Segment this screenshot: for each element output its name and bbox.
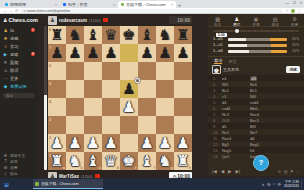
white-piece-e4[interactable]: ♟	[120, 98, 138, 116]
white-move[interactable]: e4	[222, 76, 250, 81]
move-number: 14.	[213, 154, 222, 159]
square-a1[interactable]: 1a♜	[48, 152, 66, 170]
file-coordinate: f	[154, 165, 155, 170]
white-move[interactable]: Bc4	[222, 88, 250, 93]
square-a7[interactable]: 7♟	[48, 44, 66, 62]
square-g4[interactable]	[156, 98, 174, 116]
tray-icon-2[interactable]: ♪	[273, 182, 275, 187]
free-trial-label: 免费试用	[10, 84, 27, 89]
tab-close-icon[interactable]: ×	[113, 2, 115, 7]
panel-tab-棋谱[interactable]: ▤棋谱	[266, 14, 285, 26]
sidebar-item-label: 玩	[10, 28, 14, 33]
explorer-percent: 10%	[289, 49, 299, 53]
sidebar-item-label: 观看	[10, 52, 18, 57]
browser-menu-icon[interactable]: ⋮	[297, 8, 301, 13]
tab-title: 哔哩哔哩	[10, 2, 53, 7]
black-move[interactable]: h6	[250, 148, 278, 153]
square-b8[interactable]: ♞	[66, 26, 84, 44]
square-c7[interactable]: ♟	[84, 44, 102, 62]
taskbar-clock[interactable]: 下午 2:39 2024/5/20	[284, 180, 302, 188]
square-h7[interactable]: ♟	[174, 44, 192, 62]
window-controls: — □ ×	[285, 0, 302, 5]
bar-segment	[249, 50, 271, 53]
footer-label: 设置	[10, 165, 18, 170]
black-move[interactable]: Nc6	[250, 82, 278, 87]
site-info-icon[interactable]: ⓘ	[23, 9, 26, 13]
square-d7[interactable]: ♟	[102, 44, 120, 62]
chess-board[interactable]: 8♜♞♝♛♚♝♞♜7♟♟♟♟♟♟♟65♟4♟32♟♟♟♟♟♟♟1a♜b♞c♝d♛…	[48, 26, 192, 170]
black-piece-f7[interactable]: ♟	[138, 44, 156, 62]
browser-profile-avatar[interactable]	[291, 9, 295, 13]
sidebar-footer: ⊕简体中文?支持⚙设置⟨收起	[0, 152, 38, 176]
diamond-icon: ◆	[3, 84, 8, 89]
white-move[interactable]: Nf3	[222, 82, 250, 87]
explorer-row-2[interactable]: 1...e610%	[208, 48, 304, 54]
square-g7[interactable]: ♟	[156, 44, 174, 62]
square-d2[interactable]: ♟	[102, 134, 120, 152]
sidebar-item-新闻[interactable]: ≡新闻	[0, 58, 38, 66]
footer-label: 收起	[10, 171, 18, 176]
opponent-flag-icon	[103, 18, 108, 22]
sidebar-item-谜题[interactable]: ❖谜题	[0, 34, 38, 42]
tab-title: 知乎 - 首页	[68, 2, 111, 7]
bar-segment	[228, 44, 247, 47]
sidebar-item-label: 联谊	[10, 68, 18, 73]
bar-segment	[270, 38, 287, 41]
bookmark-star-icon[interactable]: ☆	[285, 8, 289, 13]
panel-tab-设置[interactable]: ⚙设置	[285, 14, 304, 26]
sidebar-icon-3: ▶	[3, 52, 8, 57]
black-move[interactable]: Bxg5	[250, 142, 278, 147]
square-f8[interactable]: ♝	[138, 26, 156, 44]
more-options-icon[interactable]: ⋯	[296, 169, 300, 174]
browser-tab-0[interactable]: 哔哩哔哩×	[2, 1, 60, 8]
analysis-slider-row: 0.00	[208, 27, 304, 36]
square-f6[interactable]	[138, 62, 156, 80]
url-text: www.chess.com/play/online	[27, 9, 70, 13]
square-d5[interactable]	[102, 80, 120, 98]
square-f1[interactable]: f♝	[138, 152, 156, 170]
go-to-end-button[interactable]: ▶|	[236, 169, 241, 174]
square-g8[interactable]: ♞	[156, 26, 174, 44]
square-g6[interactable]	[156, 62, 174, 80]
square-d3[interactable]	[102, 116, 120, 134]
app-favicon	[35, 182, 39, 186]
rank-coordinate: 1	[49, 153, 51, 158]
panel-tab-总览[interactable]: ▦总览	[208, 14, 227, 26]
panel-tab-label: 棋谱	[266, 22, 285, 27]
white-move[interactable]: d5	[222, 124, 250, 129]
black-piece-g7[interactable]: ♟	[156, 44, 174, 62]
white-move[interactable]: c3	[222, 94, 250, 99]
move-number: 2.	[213, 82, 222, 87]
panel-tab-label: 开局	[246, 22, 265, 27]
notification-badge: 1	[31, 28, 35, 32]
square-c4[interactable]	[84, 98, 102, 116]
chess-site-page: ♟ Chess.com ♟玩1❖谜题♗学习▶观看9≡新闻☺联谊⋯更多◆免费试用 …	[0, 14, 304, 178]
black-move[interactable]: Bc5	[250, 88, 278, 93]
black-piece-c7[interactable]: ♟	[84, 44, 102, 62]
bar-segment	[228, 50, 249, 53]
rank-coordinate: 6	[49, 63, 51, 68]
close-button[interactable]: ×	[300, 0, 302, 5]
file-coordinate: c	[99, 165, 101, 170]
white-move[interactable]: Bg5	[222, 142, 250, 147]
square-e8[interactable]: ♚	[120, 26, 138, 44]
white-move[interactable]: cxd4	[222, 106, 250, 111]
move-number: 3.	[213, 88, 222, 93]
white-piece-g2[interactable]: ♟	[156, 134, 174, 152]
opponent-clock: 10:00	[169, 16, 192, 24]
square-b1[interactable]: b♞	[66, 152, 84, 170]
rank-coordinate: 4	[49, 99, 51, 104]
square-b4[interactable]	[66, 98, 84, 116]
explorer-move: 1...e6	[213, 49, 226, 53]
site-logo[interactable]: ♟ Chess.com	[0, 14, 38, 26]
sidebar-icon-6: ⋯	[3, 76, 8, 81]
black-move[interactable]: Ne7	[250, 130, 278, 135]
taskbar-app-button[interactable]: 在线下棋 - Chess.com	[33, 179, 103, 189]
reload-icon[interactable]: ⟳	[15, 8, 18, 13]
move-number: 13.	[213, 148, 222, 153]
move-number: 4.	[213, 94, 222, 99]
tab-close-icon[interactable]: ×	[55, 2, 57, 7]
sidebar-item-联谊[interactable]: ☺联谊	[0, 66, 38, 74]
white-piece-d2[interactable]: ♟	[102, 134, 120, 152]
move-number: 8.	[213, 118, 222, 123]
square-d1[interactable]: d♛	[102, 152, 120, 170]
tab-favicon	[5, 3, 8, 6]
white-move[interactable]: Qe2	[222, 154, 250, 159]
file-coordinate: h	[189, 165, 191, 170]
black-move[interactable]: e5	[250, 76, 278, 81]
start-button-icon[interactable]: ⊞	[2, 181, 11, 188]
tray-icon-0[interactable]: ∧	[262, 182, 265, 187]
square-e2[interactable]	[120, 134, 138, 152]
opponent-username[interactable]: rudesarcasm	[59, 18, 87, 23]
analysis-slider[interactable]	[213, 30, 299, 32]
tray-date: 2024/5/20	[284, 184, 299, 188]
flip-board-icon[interactable]: ⟳	[278, 169, 281, 174]
white-piece-c2[interactable]: ♟	[84, 134, 102, 152]
footer-icon-1: ?	[3, 159, 8, 164]
logo-text: Chess.com	[8, 17, 37, 23]
back-icon[interactable]: ←	[3, 8, 7, 13]
tray-icon-1[interactable]: ⓔ	[267, 182, 271, 187]
sidebar-item-观看[interactable]: ▶观看9	[0, 50, 38, 58]
white-move[interactable]: Nc3	[222, 112, 250, 117]
square-e3[interactable]	[120, 116, 138, 134]
tab-favicon	[63, 3, 66, 6]
app-title: 在线下棋 - Chess.com	[41, 181, 79, 186]
file-coordinate: g	[171, 165, 173, 170]
white-move[interactable]: Nxg5	[222, 148, 250, 153]
move-number: 1.	[213, 76, 222, 81]
panel-tab-bar: ▦总览♟着法◉开局▤棋谱⚙设置	[208, 14, 304, 27]
black-piece-f8[interactable]: ♝	[138, 26, 156, 44]
black-piece-d8[interactable]: ♛	[102, 26, 120, 44]
sidebar-item-玩[interactable]: ♟玩1	[0, 26, 38, 34]
square-g3[interactable]	[156, 116, 174, 134]
square-b3[interactable]	[66, 116, 84, 134]
browser-tab-strip: 哔哩哔哩×知乎 - 首页×在线下棋 - Chess.com× + — □ ×	[0, 0, 304, 8]
opening-name: 王兵开局	[223, 67, 284, 72]
browser-tab-1[interactable]: 知乎 - 首页×	[60, 1, 118, 8]
opening-browse-button[interactable]: 浏览	[286, 66, 300, 73]
tray-icon-3[interactable]: 中	[278, 182, 282, 187]
sidebar: ♟ Chess.com ♟玩1❖谜题♗学习▶观看9≡新闻☺联谊⋯更多◆免费试用 …	[0, 14, 38, 178]
square-f2[interactable]: ♟	[138, 134, 156, 152]
square-a5[interactable]: 5	[48, 80, 66, 98]
square-e7[interactable]	[120, 44, 138, 62]
white-piece-h2[interactable]: ♟	[174, 134, 192, 152]
share-icon[interactable]: ▤	[284, 169, 288, 174]
square-h1[interactable]: h♜	[174, 152, 192, 170]
rank-coordinate: 5	[49, 81, 51, 86]
white-piece-b2[interactable]: ♟	[66, 134, 84, 152]
square-h4[interactable]	[174, 98, 192, 116]
move-number: 7.	[213, 112, 222, 117]
file-coordinate: e	[135, 165, 137, 170]
bar-segment	[271, 50, 287, 53]
evaluation-bar	[44, 26, 47, 170]
black-piece-h8[interactable]: ♜	[174, 26, 192, 44]
black-piece-d7[interactable]: ♟	[102, 44, 120, 62]
next-move-button[interactable]: ▶	[228, 169, 231, 174]
square-b2[interactable]: ♟	[66, 134, 84, 152]
white-move[interactable]: Rxe4	[222, 136, 250, 141]
black-piece-h7[interactable]: ♟	[174, 44, 192, 62]
sidebar-item-更多[interactable]: ⋯更多	[0, 74, 38, 82]
sidebar-icon-1: ❖	[3, 36, 8, 41]
sidebar-icon-4: ≡	[3, 60, 8, 65]
explorer-percent: 31%	[289, 43, 299, 47]
square-c5[interactable]	[84, 80, 102, 98]
square-e1[interactable]: e♚	[120, 152, 138, 170]
explorer-move: 1...c5	[213, 43, 226, 47]
windows-taskbar: ⊞ 在线下棋 - Chess.com ∧ⓔ♪中 下午 2:39 2024/5/2…	[0, 178, 304, 190]
sidebar-item-学习[interactable]: ♗学习	[0, 42, 38, 50]
opening-explorer: 1...e545%1...c531%1...e610%	[208, 36, 304, 54]
system-tray: ∧ⓔ♪中 下午 2:39 2024/5/20	[262, 180, 302, 188]
square-g1[interactable]: g♞	[156, 152, 174, 170]
square-h2[interactable]: ♟	[174, 134, 192, 152]
tab-favicon	[121, 3, 124, 6]
black-piece-c8[interactable]: ♝	[84, 26, 102, 44]
black-move[interactable]: d6	[250, 136, 278, 141]
move-number: 11.	[213, 136, 222, 141]
black-move[interactable]: Bxc3	[250, 118, 278, 123]
square-f7[interactable]: ♟	[138, 44, 156, 62]
notification-badge: 9	[31, 52, 35, 56]
square-c3[interactable]	[84, 116, 102, 134]
square-f3[interactable]	[138, 116, 156, 134]
sidebar-item-label: 学习	[10, 44, 18, 49]
rank-coordinate: 2	[49, 135, 51, 140]
assistant-fab-button[interactable]: ?	[253, 155, 269, 171]
panel-tab-label: 总览	[208, 22, 227, 27]
minimize-button[interactable]: —	[285, 0, 289, 5]
square-h5[interactable]	[174, 80, 192, 98]
square-g2[interactable]: ♟	[156, 134, 174, 152]
square-a6[interactable]: 6	[48, 62, 66, 80]
sidebar-search-input[interactable]: 搜索	[3, 93, 35, 98]
square-c2[interactable]: ♟	[84, 134, 102, 152]
browser-tab-2[interactable]: 在线下棋 - Chess.com×	[118, 1, 176, 8]
sidebar-icon-0: ♟	[3, 28, 8, 33]
square-d6[interactable]	[102, 62, 120, 80]
square-h6[interactable]	[174, 62, 192, 80]
move-number: 6.	[213, 106, 222, 111]
square-c6[interactable]	[84, 62, 102, 80]
opening-piece-icon: ♚	[212, 65, 221, 74]
maximize-button[interactable]: □	[293, 0, 295, 5]
black-move[interactable]: Bf6	[250, 124, 278, 129]
slider-handle[interactable]	[235, 29, 239, 33]
game-panel: ▦总览♟着法◉开局▤棋谱⚙设置 0.00 1...e545%1...c531%1…	[208, 14, 304, 176]
black-piece-b7[interactable]: ♟	[66, 44, 84, 62]
footer-icon-0: ⊕	[3, 153, 8, 158]
square-c8[interactable]: ♝	[84, 26, 102, 44]
black-move[interactable]: Nxe4	[250, 112, 278, 117]
move-number: 5.	[213, 100, 222, 105]
go-to-start-button[interactable]: |◀	[212, 169, 217, 174]
opening-row: ♚ 王兵开局 浏览	[208, 64, 304, 75]
move-number: 12.	[213, 142, 222, 147]
square-b6[interactable]	[66, 62, 84, 80]
white-piece-f2[interactable]: ♟	[138, 134, 156, 152]
previous-move-button[interactable]: ◀	[221, 169, 224, 174]
panel-tab-label: 着法	[227, 22, 246, 27]
square-e4[interactable]: ♟	[120, 98, 138, 116]
sidebar-item-label: 谜题	[10, 36, 18, 41]
sidebar-icon-2: ♗	[3, 44, 8, 49]
black-piece-e8[interactable]: ♚	[120, 26, 138, 44]
rank-coordinate: 3	[49, 117, 51, 122]
panel-tab-开局[interactable]: ◉开局	[246, 14, 265, 26]
tab-close-icon[interactable]: ×	[171, 2, 173, 7]
win-draw-loss-bar	[228, 44, 287, 47]
opponent-avatar[interactable]: ♟	[48, 16, 57, 25]
square-a3[interactable]: 3	[48, 116, 66, 134]
file-coordinate: d	[117, 165, 119, 170]
footer-icon-2: ⚙	[3, 165, 8, 170]
forward-icon[interactable]: →	[9, 8, 13, 13]
tab-title: 在线下棋 - Chess.com	[126, 2, 169, 7]
file-coordinate: a	[63, 165, 65, 170]
black-piece-g8[interactable]: ♞	[156, 26, 174, 44]
explorer-percent: 45%	[289, 37, 299, 41]
white-move[interactable]: d4	[222, 100, 250, 105]
move-list: 1.e4e52.Nf3Nc63.Bc4Bc54.c3Nf65.d4exd46.c…	[208, 75, 304, 159]
bar-segment	[246, 38, 271, 41]
file-coordinate: b	[81, 165, 83, 170]
square-a2[interactable]: 2♟	[48, 134, 66, 152]
black-move[interactable]: Nf6	[250, 94, 278, 99]
sidebar-footer-item-3[interactable]: ⟨收起	[0, 170, 38, 176]
opponent-rating: (1200)	[89, 18, 101, 23]
subtab-评注[interactable]: 评注	[228, 59, 236, 64]
sidebar-item-label: 更多	[10, 76, 18, 81]
white-move[interactable]: O-O	[222, 118, 250, 123]
black-piece-b8[interactable]: ♞	[66, 26, 84, 44]
rank-coordinate: 7	[49, 45, 51, 50]
sidebar-item-free-trial[interactable]: ◆免费试用	[0, 82, 38, 90]
black-move[interactable]: Bb4+	[250, 106, 278, 111]
opponent-player-bar: ♟ rudesarcasm (1200) 10:00	[48, 15, 192, 25]
move-number: 9.	[213, 124, 222, 129]
logo-pawn-icon: ♟	[3, 17, 7, 23]
square-a8[interactable]: 8♜	[48, 26, 66, 44]
footer-icon-3: ⟨	[3, 171, 8, 176]
bar-segment	[228, 38, 246, 41]
book-move-badge	[134, 77, 141, 84]
square-f5[interactable]	[138, 80, 156, 98]
footer-label: 支持	[10, 159, 18, 164]
rank-coordinate: 8	[49, 27, 51, 32]
sidebar-item-label: 新闻	[10, 60, 18, 65]
square-h8[interactable]: ♜	[174, 26, 192, 44]
url-field[interactable]: ⓘ www.chess.com/play/online	[20, 9, 283, 13]
win-draw-loss-bar	[228, 38, 287, 41]
white-move[interactable]: Re1	[222, 130, 250, 135]
subtab-着法[interactable]: 着法	[214, 58, 222, 64]
bar-segment	[271, 44, 287, 47]
square-b5[interactable]	[66, 80, 84, 98]
square-a4[interactable]: 4	[48, 98, 66, 116]
panel-subtabs: 着法评注	[208, 56, 304, 64]
square-c1[interactable]: c♝	[84, 152, 102, 170]
square-g5[interactable]	[156, 80, 174, 98]
square-e5[interactable]: ♟	[120, 80, 138, 98]
square-d8[interactable]: ♛	[102, 26, 120, 44]
square-d4[interactable]	[102, 98, 120, 116]
bar-segment	[247, 44, 271, 47]
panel-tab-着法[interactable]: ♟着法	[227, 14, 246, 26]
black-move[interactable]: exd4	[250, 100, 278, 105]
slider-tooltip: 0.00	[216, 33, 227, 38]
new-tab-button[interactable]: +	[178, 2, 181, 8]
square-h3[interactable]	[174, 116, 192, 134]
square-f4[interactable]	[138, 98, 156, 116]
panel-tab-label: 设置	[285, 22, 304, 27]
flag-icon[interactable]: ⚑	[290, 169, 294, 174]
win-draw-loss-bar	[228, 50, 287, 53]
move-number: 10.	[213, 130, 222, 135]
sidebar-icon-5: ☺	[3, 68, 8, 73]
square-b7[interactable]: ♟	[66, 44, 84, 62]
footer-label: 简体中文	[10, 153, 25, 158]
explorer-move: 1...e5	[213, 37, 226, 41]
